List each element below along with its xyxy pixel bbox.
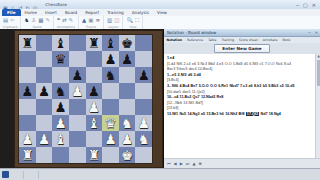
square-d8[interactable] [69,35,86,51]
square-e2[interactable] [86,131,103,147]
move-text[interactable]: [12...Nb6 13.Nf1 Bd7] [167,101,203,105]
square-c6[interactable] [52,67,69,83]
square-e8[interactable]: ♜ [86,35,103,51]
status-app-icon [2,171,9,178]
square-g6[interactable] [119,67,136,83]
notation-minimize-button[interactable]: ─ [308,30,310,35]
square-a4[interactable] [19,99,36,115]
square-h7[interactable] [135,51,152,67]
square-e1[interactable]: ♜ [86,147,103,163]
next-move-icon[interactable]: ▶ [180,161,183,166]
move-text[interactable]: 1.e4 [167,56,174,60]
pieces-icon[interactable]: ♙ [31,17,36,23]
white-bishop[interactable]: ♝ [55,131,67,147]
status-bar [0,168,320,180]
notation-title-bar[interactable]: Notation - Board window ─✕ [164,29,320,37]
edit-icon[interactable]: ✎ [45,17,50,23]
notation-tab-reference[interactable]: Reference [185,38,206,42]
square-c5[interactable]: ♞ [52,83,69,99]
square-f2[interactable]: ♟ [102,131,119,147]
notation-window-controls: ─✕ [304,30,318,35]
black-pawn[interactable]: ♟ [38,83,50,99]
move-text[interactable]: [1.d4 Nf6 2.c4 e6 3.Nc3 Bb4 4.e3 O-O 5.B… [167,62,291,66]
panes-icon[interactable]: ▥ [107,17,112,23]
white-pawn[interactable]: ♟ [71,83,83,99]
window-title: ChessBase [45,2,292,7]
black-rook[interactable]: ♜ [21,35,33,51]
white-pawn[interactable]: ♟ [138,115,150,131]
square-f1[interactable] [102,147,119,163]
black-bishop[interactable]: ♝ [104,35,116,51]
square-c8[interactable]: ♝ [52,35,69,51]
square-c1[interactable] [52,147,69,163]
minimize-button[interactable]: ─ [296,2,299,8]
prev-move-icon[interactable]: ◀ [174,161,177,166]
move-text[interactable]: [3.Bc4] [167,78,178,82]
tab-view[interactable]: View [153,9,171,16]
maximize-button[interactable]: ▢ [303,2,308,8]
notation-tab-annotate[interactable]: Annotate [260,38,280,42]
square-a8[interactable]: ♜ [19,35,36,51]
ribbon-group-annotations: ❝⇄✎Annotations [54,16,79,29]
square-h4[interactable] [135,99,152,115]
black-pawn[interactable]: ♟ [55,99,67,115]
square-f4[interactable] [102,99,119,115]
kibitzer-icon[interactable]: ▣ [88,17,93,23]
notation-tab-book[interactable]: Book [280,38,293,42]
square-a5[interactable]: ♟ [19,83,36,99]
square-d6[interactable]: ♟ [69,67,86,83]
white-rook[interactable]: ♜ [21,147,33,163]
tab-insert[interactable]: Insert [41,9,61,16]
square-d4[interactable] [69,99,86,115]
white-king[interactable]: ♚ [121,147,133,163]
square-c2[interactable]: ♝ [52,131,69,147]
black-queen[interactable]: ♛ [55,51,67,67]
pen-icon[interactable]: ✎ [69,17,74,23]
square-b5[interactable]: ♟ [36,83,53,99]
square-a6[interactable] [19,67,36,83]
engine-icon[interactable]: ▲ [82,17,86,23]
move-text[interactable]: 3...Nf6 4.Bc4 Be7 5.O-O O-O 6.Re1 Nbd7 7… [167,84,295,88]
square-c4[interactable]: ♟ [52,99,69,115]
square-d5[interactable]: ♟ [69,83,86,99]
paste-icon[interactable]: ▤ [3,17,8,23]
square-h5[interactable] [135,83,152,99]
square-b7[interactable] [36,51,53,67]
move-text[interactable]: [13.b3] [167,106,178,110]
square-b1[interactable] [36,147,53,163]
notation-footer-bar: ⏮◀▶⏭▲≡ [164,158,320,168]
square-c3[interactable]: ♟ [52,115,69,131]
ribbon-group-view: 🔍⛶View [123,16,143,29]
tab-training[interactable]: Training [103,9,128,16]
square-f6[interactable]: ♞ [102,67,119,83]
notation-tab-score-sheet[interactable]: Score sheet [237,38,261,42]
ribbon-toolbar: ▤✂Clipboard♞♙▦✎Game❝⇄✎Annotations▲▣∞Engi… [0,16,320,30]
notation-title: Notation - Board window [167,30,304,35]
white-pawn[interactable]: ♟ [55,115,67,131]
move-text[interactable]: 10...c4 11.Bc2 Qc7 12.Nbd2 Re8 [167,95,223,99]
square-g8[interactable]: ♚ [119,35,136,51]
status-divider [38,171,39,179]
black-pawn[interactable]: ♟ [121,51,133,67]
square-e6[interactable] [86,67,103,83]
square-b3[interactable] [36,115,53,131]
square-g1[interactable]: ♚ [119,147,136,163]
notation-line[interactable]: 13.Nf1 Nc5 14.Ng3 a5 15.Be3 h6 16.Nh2 Bf… [167,112,313,118]
white-pawn[interactable]: ♟ [21,131,33,147]
comment-icon[interactable]: ❝ [57,17,60,23]
white-queen[interactable]: ♛ [104,115,116,131]
square-f7[interactable]: ♟ [102,51,119,67]
last-move-icon[interactable]: ⏭ [186,161,190,166]
white-knight[interactable]: ♞ [138,131,150,147]
square-h3[interactable]: ♟ [135,115,152,131]
first-move-icon[interactable]: ⏮ [167,161,171,166]
white-pawn[interactable]: ♟ [121,131,133,147]
black-rook[interactable]: ♜ [88,35,100,51]
square-g5[interactable] [119,83,136,99]
cut-icon[interactable]: ✂ [10,17,15,23]
fullscreen-icon[interactable]: ⛶ [135,17,139,23]
square-b8[interactable] [36,35,53,51]
move-text[interactable]: Bxc3 9.bxc3 dxc4 10.Bxc4] [167,67,212,71]
new-game-icon[interactable]: ♞ [24,17,29,23]
square-h8[interactable] [135,35,152,51]
square-f5[interactable] [102,83,119,99]
tab-home[interactable]: Home [21,9,41,16]
square-h1[interactable] [135,147,152,163]
black-king[interactable]: ♚ [121,35,133,51]
arrows-icon[interactable]: ⇄ [62,17,67,23]
status-divider [23,171,24,179]
square-d7[interactable] [69,51,86,67]
white-rook[interactable]: ♜ [88,147,100,163]
black-pawn[interactable]: ♟ [88,83,100,99]
notation-move-list[interactable]: 1.e4[1.d4 Nf6 2.c4 e6 3.Nc3 Bb4 4.e3 O-O… [164,54,315,158]
notation-window: Notation - Board window ─✕ NotationRefer… [163,29,320,168]
notation-scrollbar[interactable]: ▲ [315,54,320,158]
square-g4[interactable] [119,99,136,115]
move-text[interactable]: 1...e5 2.Nf3 d6 3.d4 [167,73,201,77]
square-g2[interactable]: ♟ [119,131,136,147]
notation-close-button[interactable]: ✕ [315,30,318,35]
white-knight[interactable]: ♞ [121,115,133,131]
white-pawn[interactable]: ♟ [104,131,116,147]
white-pawn[interactable]: ♟ [88,99,100,115]
black-knight[interactable]: ♞ [104,67,116,83]
square-f3[interactable]: ♛ [102,115,119,131]
white-pawn[interactable]: ♟ [38,131,50,147]
move-text[interactable]: Nd7 18.Ng4 [259,112,281,116]
square-b2[interactable]: ♟ [36,131,53,147]
chess-board[interactable]: ♜♝♜♝♚♛♟♟♟♞♟♟♟♞♟♟♟♟♟♝♛♞♟♟♟♝♟♟♞♜♜♚ [19,35,152,163]
square-d2[interactable] [69,131,86,147]
square-a3[interactable] [19,115,36,131]
move-text[interactable]: 13.Nf1 Nc5 14.Ng3 a5 15.Be3 h6 16.Nh2 Bf… [167,112,246,116]
square-b6[interactable] [36,67,53,83]
square-b4[interactable] [36,99,53,115]
tab-board[interactable]: Board [61,9,81,16]
notation-tab-training[interactable]: Training [219,38,237,42]
square-d1[interactable] [69,147,86,163]
scroll-up-icon[interactable]: ▲ [316,54,320,59]
ribbon-group-clipboard: ▤✂Clipboard [0,16,21,29]
current-move[interactable]: 17.Qf3 [246,112,259,116]
tab-file[interactable]: File [2,9,21,16]
enter-new-game-button[interactable]: Enter New Game [214,44,269,53]
board-setup-icon[interactable]: ▦ [38,17,43,23]
square-g7[interactable]: ♟ [119,51,136,67]
notation-tab-table[interactable]: Table [206,38,219,42]
notation-settings-icon[interactable]: ≡ [198,161,201,166]
square-e4[interactable]: ♟ [86,99,103,115]
square-a2[interactable]: ♟ [19,131,36,147]
square-e3[interactable]: ♝ [86,115,103,131]
square-g3[interactable]: ♞ [119,115,136,131]
square-c7[interactable]: ♛ [52,51,69,67]
black-bishop[interactable]: ♝ [55,35,67,51]
black-pawn[interactable]: ♟ [104,51,116,67]
split-icon[interactable]: ◫ [114,17,119,23]
square-h2[interactable]: ♞ [135,131,152,147]
window-controls: ─▢✕ [292,2,316,8]
black-pawn[interactable]: ♟ [21,83,33,99]
square-h6[interactable]: ♟ [135,67,152,83]
white-bishop[interactable]: ♝ [88,115,100,131]
ribbon-group-engine: ▲▣∞Engine [79,16,104,29]
black-knight[interactable]: ♞ [55,83,67,99]
close-button[interactable]: ✕ [312,2,316,8]
square-e7[interactable] [86,51,103,67]
black-pawn[interactable]: ♟ [138,67,150,83]
square-a7[interactable] [19,51,36,67]
square-d3[interactable] [69,115,86,131]
zoom-icon[interactable]: 🔍 [126,17,133,23]
square-f8[interactable]: ♝ [102,35,119,51]
tab-analysis[interactable]: Analysis [128,9,153,16]
infinite-icon[interactable]: ∞ [95,17,100,23]
square-e5[interactable]: ♟ [86,83,103,99]
tab-report[interactable]: Report [81,9,103,16]
notation-tab-notation[interactable]: Notation [164,38,185,42]
engine-toggle-icon[interactable]: ▲ [192,161,195,166]
move-text[interactable]: [10.dxe5 dxe5 11.Qe2] [167,90,205,94]
square-a1[interactable]: ♜ [19,147,36,163]
ribbon-group-game: ♞♙▦✎Game [21,16,54,29]
scrollbar-thumb[interactable] [317,60,320,86]
black-pawn[interactable]: ♟ [71,67,83,83]
ribbon-group-layout: ▥◫Layout [104,16,123,29]
